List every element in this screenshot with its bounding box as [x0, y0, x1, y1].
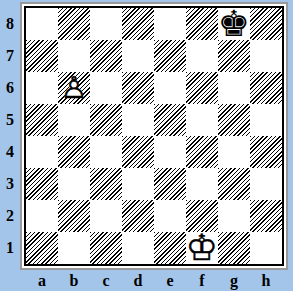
square-e5[interactable] — [154, 104, 186, 136]
rank-label-3: 3 — [0, 168, 20, 200]
rank-label-2: 2 — [0, 200, 20, 232]
square-b2[interactable] — [58, 200, 90, 232]
file-label-h: h — [250, 270, 282, 291]
chess-board: ♚♟♙♚♔ — [26, 8, 282, 264]
white-pawn-outline: ♙ — [58, 72, 90, 104]
square-f5[interactable] — [186, 104, 218, 136]
rank-label-6: 6 — [0, 72, 20, 104]
square-b6[interactable]: ♟♙ — [58, 72, 90, 104]
square-a4[interactable] — [26, 136, 58, 168]
square-c2[interactable] — [90, 200, 122, 232]
square-b8[interactable] — [58, 8, 90, 40]
rank-label-8: 8 — [0, 8, 20, 40]
square-e3[interactable] — [154, 168, 186, 200]
square-h4[interactable] — [250, 136, 282, 168]
square-f8[interactable] — [186, 8, 218, 40]
square-h3[interactable] — [250, 168, 282, 200]
white-king-piece[interactable]: ♚ — [186, 232, 218, 264]
square-c6[interactable] — [90, 72, 122, 104]
file-label-c: c — [90, 270, 122, 291]
square-e1[interactable] — [154, 232, 186, 264]
square-a3[interactable] — [26, 168, 58, 200]
square-d2[interactable] — [122, 200, 154, 232]
rank-label-4: 4 — [0, 136, 20, 168]
square-a8[interactable] — [26, 8, 58, 40]
file-label-d: d — [122, 270, 154, 291]
square-c1[interactable] — [90, 232, 122, 264]
square-b5[interactable] — [58, 104, 90, 136]
square-a2[interactable] — [26, 200, 58, 232]
rank-label-1: 1 — [0, 232, 20, 264]
square-h5[interactable] — [250, 104, 282, 136]
square-h6[interactable] — [250, 72, 282, 104]
square-f6[interactable] — [186, 72, 218, 104]
square-h2[interactable] — [250, 200, 282, 232]
rank-label-5: 5 — [0, 104, 20, 136]
square-g3[interactable] — [218, 168, 250, 200]
diagram-page: 87654321 ♚♟♙♚♔ abcdefgh — [0, 0, 293, 291]
square-c5[interactable] — [90, 104, 122, 136]
square-c3[interactable] — [90, 168, 122, 200]
square-g7[interactable] — [218, 40, 250, 72]
square-f3[interactable] — [186, 168, 218, 200]
square-a5[interactable] — [26, 104, 58, 136]
square-d1[interactable] — [122, 232, 154, 264]
square-c8[interactable] — [90, 8, 122, 40]
square-c4[interactable] — [90, 136, 122, 168]
white-king-outline: ♔ — [186, 232, 218, 264]
square-d6[interactable] — [122, 72, 154, 104]
square-a7[interactable] — [26, 40, 58, 72]
square-h1[interactable] — [250, 232, 282, 264]
square-e6[interactable] — [154, 72, 186, 104]
file-label-f: f — [186, 270, 218, 291]
square-e8[interactable] — [154, 8, 186, 40]
square-g6[interactable] — [218, 72, 250, 104]
board-frame-outer: ♚♟♙♚♔ — [20, 2, 288, 270]
square-h8[interactable] — [250, 8, 282, 40]
file-label-g: g — [218, 270, 250, 291]
square-g1[interactable] — [218, 232, 250, 264]
square-g2[interactable] — [218, 200, 250, 232]
square-f4[interactable] — [186, 136, 218, 168]
square-c7[interactable] — [90, 40, 122, 72]
square-d5[interactable] — [122, 104, 154, 136]
board-frame-inner: ♚♟♙♚♔ — [24, 6, 284, 266]
square-d3[interactable] — [122, 168, 154, 200]
board-frame-mid: ♚♟♙♚♔ — [22, 4, 286, 268]
square-e2[interactable] — [154, 200, 186, 232]
square-e7[interactable] — [154, 40, 186, 72]
square-a6[interactable] — [26, 72, 58, 104]
square-g5[interactable] — [218, 104, 250, 136]
rank-label-7: 7 — [0, 40, 20, 72]
square-g4[interactable] — [218, 136, 250, 168]
square-d7[interactable] — [122, 40, 154, 72]
square-b4[interactable] — [58, 136, 90, 168]
white-pawn-piece[interactable]: ♟ — [58, 72, 90, 104]
square-h7[interactable] — [250, 40, 282, 72]
file-label-b: b — [58, 270, 90, 291]
square-f7[interactable] — [186, 40, 218, 72]
file-label-e: e — [154, 270, 186, 291]
square-e4[interactable] — [154, 136, 186, 168]
square-f2[interactable] — [186, 200, 218, 232]
square-d8[interactable] — [122, 8, 154, 40]
black-king-piece[interactable]: ♚ — [218, 8, 250, 40]
square-d4[interactable] — [122, 136, 154, 168]
square-b3[interactable] — [58, 168, 90, 200]
square-a1[interactable] — [26, 232, 58, 264]
square-f1[interactable]: ♚♔ — [186, 232, 218, 264]
square-b7[interactable] — [58, 40, 90, 72]
square-g8[interactable]: ♚ — [218, 8, 250, 40]
square-b1[interactable] — [58, 232, 90, 264]
file-label-a: a — [26, 270, 58, 291]
